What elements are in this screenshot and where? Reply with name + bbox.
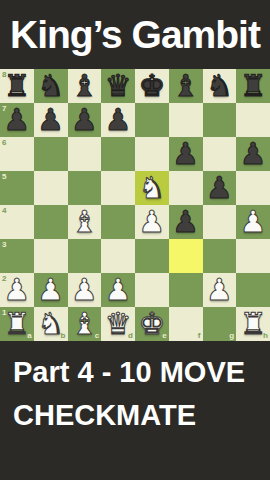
square-h5[interactable] <box>236 171 270 205</box>
file-label-g: g <box>229 331 234 340</box>
square-e1[interactable]: e♚ <box>135 307 169 341</box>
square-d8[interactable]: ♛ <box>101 69 135 103</box>
square-b6[interactable] <box>34 137 68 171</box>
square-f6[interactable]: ♟ <box>169 137 203 171</box>
square-b8[interactable]: ♞ <box>34 69 68 103</box>
square-a3[interactable]: 3 <box>0 239 34 273</box>
piece-white-pawn-a2[interactable]: ♟ <box>3 273 30 307</box>
piece-black-pawn-a7[interactable]: ♟ <box>3 103 30 137</box>
square-b5[interactable] <box>34 171 68 205</box>
square-e7[interactable] <box>135 103 169 137</box>
square-f5[interactable] <box>169 171 203 205</box>
piece-white-king-e1[interactable]: ♚ <box>138 307 165 341</box>
piece-black-pawn-h6[interactable]: ♟ <box>240 137 267 171</box>
square-h3[interactable] <box>236 239 270 273</box>
square-g5[interactable]: ♟ <box>203 171 237 205</box>
piece-white-queen-d1[interactable]: ♛ <box>105 307 132 341</box>
piece-black-pawn-b7[interactable]: ♟ <box>37 103 64 137</box>
piece-white-pawn-h4[interactable]: ♟ <box>240 205 267 239</box>
piece-white-pawn-b2[interactable]: ♟ <box>37 273 64 307</box>
square-f2[interactable] <box>169 273 203 307</box>
square-g2[interactable]: ♟ <box>203 273 237 307</box>
piece-black-pawn-c7[interactable]: ♟ <box>71 103 98 137</box>
square-f1[interactable]: f <box>169 307 203 341</box>
piece-black-pawn-g5[interactable]: ♟ <box>206 171 233 205</box>
piece-white-pawn-d2[interactable]: ♟ <box>105 273 132 307</box>
video-frame: King’s Gambit 8♜♞♝♛♚♝♞♜7♟♟♟♟6♟♟5♞♟4♝♟♟♟3… <box>0 0 270 480</box>
square-d2[interactable]: ♟ <box>101 273 135 307</box>
square-e4[interactable]: ♟ <box>135 205 169 239</box>
piece-black-bishop-c8[interactable]: ♝ <box>71 69 98 103</box>
piece-black-queen-d8[interactable]: ♛ <box>105 69 132 103</box>
piece-white-pawn-g2[interactable]: ♟ <box>206 273 233 307</box>
square-c5[interactable] <box>68 171 102 205</box>
square-c1[interactable]: c♝ <box>68 307 102 341</box>
piece-white-knight-e5[interactable]: ♞ <box>138 171 165 205</box>
piece-black-pawn-f4[interactable]: ♟ <box>172 205 199 239</box>
square-b2[interactable]: ♟ <box>34 273 68 307</box>
square-c4[interactable]: ♝ <box>68 205 102 239</box>
square-a7[interactable]: 7♟ <box>0 103 34 137</box>
square-b4[interactable] <box>34 205 68 239</box>
square-d5[interactable] <box>101 171 135 205</box>
square-g4[interactable] <box>203 205 237 239</box>
square-f7[interactable] <box>169 103 203 137</box>
caption-block: Part 4 - 10 MOVE CHECKMATE <box>0 341 270 480</box>
square-h7[interactable] <box>236 103 270 137</box>
square-d1[interactable]: d♛ <box>101 307 135 341</box>
rank-label-5: 5 <box>2 172 6 181</box>
square-d3[interactable] <box>101 239 135 273</box>
square-c3[interactable] <box>68 239 102 273</box>
square-c6[interactable] <box>68 137 102 171</box>
piece-black-knight-b8[interactable]: ♞ <box>37 69 64 103</box>
square-c2[interactable]: ♟ <box>68 273 102 307</box>
square-c7[interactable]: ♟ <box>68 103 102 137</box>
square-f4[interactable]: ♟ <box>169 205 203 239</box>
square-b3[interactable] <box>34 239 68 273</box>
piece-white-pawn-e4[interactable]: ♟ <box>138 205 165 239</box>
chess-board[interactable]: 8♜♞♝♛♚♝♞♜7♟♟♟♟6♟♟5♞♟4♝♟♟♟32♟♟♟♟♟1a♜b♞c♝d… <box>0 69 270 341</box>
title-bar: King’s Gambit <box>0 0 270 69</box>
square-c8[interactable]: ♝ <box>68 69 102 103</box>
square-g7[interactable] <box>203 103 237 137</box>
piece-black-rook-a8[interactable]: ♜ <box>3 69 30 103</box>
square-h1[interactable]: h♜ <box>236 307 270 341</box>
square-a8[interactable]: 8♜ <box>0 69 34 103</box>
piece-white-bishop-c1[interactable]: ♝ <box>71 307 98 341</box>
square-e3[interactable] <box>135 239 169 273</box>
square-b1[interactable]: b♞ <box>34 307 68 341</box>
piece-white-bishop-c4[interactable]: ♝ <box>71 205 98 239</box>
square-e6[interactable] <box>135 137 169 171</box>
square-a5[interactable]: 5 <box>0 171 34 205</box>
square-h8[interactable]: ♜ <box>236 69 270 103</box>
rank-label-3: 3 <box>2 240 6 249</box>
rank-label-4: 4 <box>2 206 6 215</box>
caption-line-1: Part 4 - 10 MOVE <box>13 351 257 394</box>
square-a1[interactable]: 1a♜ <box>0 307 34 341</box>
square-d7[interactable]: ♟ <box>101 103 135 137</box>
piece-white-rook-a1[interactable]: ♜ <box>3 307 30 341</box>
square-g8[interactable]: ♞ <box>203 69 237 103</box>
square-d4[interactable] <box>101 205 135 239</box>
piece-black-rook-h8[interactable]: ♜ <box>240 69 267 103</box>
file-label-f: f <box>198 331 201 340</box>
piece-black-pawn-f6[interactable]: ♟ <box>172 137 199 171</box>
square-b7[interactable]: ♟ <box>34 103 68 137</box>
rank-label-6: 6 <box>2 138 6 147</box>
piece-black-knight-g8[interactable]: ♞ <box>206 69 233 103</box>
square-e2[interactable] <box>135 273 169 307</box>
square-g1[interactable]: g <box>203 307 237 341</box>
piece-black-pawn-d7[interactable]: ♟ <box>105 103 132 137</box>
square-e8[interactable]: ♚ <box>135 69 169 103</box>
square-a6[interactable]: 6 <box>0 137 34 171</box>
piece-white-rook-h1[interactable]: ♜ <box>240 307 267 341</box>
square-f8[interactable]: ♝ <box>169 69 203 103</box>
square-a4[interactable]: 4 <box>0 205 34 239</box>
square-g3[interactable] <box>203 239 237 273</box>
piece-black-bishop-f8[interactable]: ♝ <box>172 69 199 103</box>
square-h6[interactable]: ♟ <box>236 137 270 171</box>
square-h4[interactable]: ♟ <box>236 205 270 239</box>
square-e5[interactable]: ♞ <box>135 171 169 205</box>
piece-white-pawn-c2[interactable]: ♟ <box>71 273 98 307</box>
caption-line-2: CHECKMATE <box>13 394 257 437</box>
page-title: King’s Gambit <box>10 0 260 69</box>
square-a2[interactable]: 2♟ <box>0 273 34 307</box>
square-g6[interactable] <box>203 137 237 171</box>
piece-white-knight-b1[interactable]: ♞ <box>37 307 64 341</box>
piece-black-king-e8[interactable]: ♚ <box>138 69 165 103</box>
square-f3[interactable] <box>169 239 203 273</box>
square-h2[interactable] <box>236 273 270 307</box>
square-d6[interactable] <box>101 137 135 171</box>
